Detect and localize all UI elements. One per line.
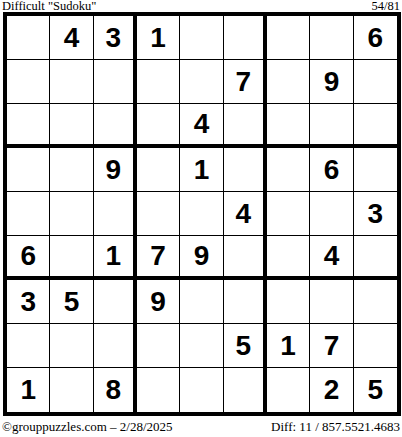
cell-r2c6: 7 [224,60,267,104]
cell-r1c7 [267,16,310,60]
cell-r8c6: 5 [224,324,267,368]
cell-r4c7 [267,148,310,192]
cell-r8c5 [180,324,223,368]
cell-r8c8: 7 [310,324,353,368]
cell-r6c8: 4 [310,236,353,280]
cell-r4c9 [354,148,397,192]
cell-r4c8: 6 [310,148,353,192]
cell-r3c3 [94,104,137,148]
cell-r1c8 [310,16,353,60]
cell-r4c2 [50,148,93,192]
page-footer: ©grouppuzzles.com – 2/28/2025 Diff: 11 /… [0,420,402,434]
cell-counter: 54/81 [372,0,400,12]
cell-r1c9: 6 [354,16,397,60]
cell-r1c6 [224,16,267,60]
cell-r3c1 [7,104,50,148]
cell-r4c3: 9 [94,148,137,192]
cell-r2c1 [7,60,50,104]
cell-r9c5 [180,368,223,412]
cell-r3c9 [354,104,397,148]
cell-r8c7: 1 [267,324,310,368]
cell-r4c4 [137,148,180,192]
cell-r5c6: 4 [224,192,267,236]
cell-r6c7 [267,236,310,280]
cell-r1c1 [7,16,50,60]
cell-r7c1: 3 [7,280,50,324]
cell-r4c6 [224,148,267,192]
cell-r3c5: 4 [180,104,223,148]
cell-r7c6 [224,280,267,324]
cell-r3c4 [137,104,180,148]
cell-r7c7 [267,280,310,324]
cell-r7c4: 9 [137,280,180,324]
cell-r6c3: 1 [94,236,137,280]
cell-r9c3: 8 [94,368,137,412]
cell-r8c3 [94,324,137,368]
cell-r9c4 [137,368,180,412]
cell-r7c9 [354,280,397,324]
cell-r9c1: 1 [7,368,50,412]
cell-r2c4 [137,60,180,104]
cell-r7c3 [94,280,137,324]
cell-r7c2: 5 [50,280,93,324]
cell-r6c4: 7 [137,236,180,280]
cell-r6c6 [224,236,267,280]
cell-r2c3 [94,60,137,104]
cell-r5c8 [310,192,353,236]
cell-r2c5 [180,60,223,104]
cell-r2c2 [50,60,93,104]
cell-r9c8: 2 [310,368,353,412]
cell-r9c7 [267,368,310,412]
cell-r1c2: 4 [50,16,93,60]
cell-r6c5: 9 [180,236,223,280]
cell-r9c6 [224,368,267,412]
cell-r8c2 [50,324,93,368]
page-header: Difficult "Sudoku" 54/81 [0,0,402,12]
cell-r6c9 [354,236,397,280]
cell-r4c1 [7,148,50,192]
difficulty-text: Diff: 11 / 857.5521.4683 [271,420,400,434]
cell-r6c1: 6 [7,236,50,280]
copyright-text: ©grouppuzzles.com – 2/28/2025 [2,420,173,434]
cell-r8c1 [7,324,50,368]
cell-r3c2 [50,104,93,148]
cell-r5c2 [50,192,93,236]
cell-r3c6 [224,104,267,148]
cell-r9c9: 5 [354,368,397,412]
cell-r5c5 [180,192,223,236]
cell-r2c7 [267,60,310,104]
cell-r5c1 [7,192,50,236]
cell-r4c5: 1 [180,148,223,192]
cell-r5c7 [267,192,310,236]
cell-r1c4: 1 [137,16,180,60]
cell-r6c2 [50,236,93,280]
cell-r1c5 [180,16,223,60]
cell-r9c2 [50,368,93,412]
puzzle-title: Difficult "Sudoku" [2,0,96,12]
cell-r8c9 [354,324,397,368]
cell-r1c3: 3 [94,16,137,60]
cell-r2c9 [354,60,397,104]
cell-r7c8 [310,280,353,324]
cell-r7c5 [180,280,223,324]
cell-r3c8 [310,104,353,148]
cell-r5c9: 3 [354,192,397,236]
sudoku-grid: 431679491643617943595171825 [3,12,401,416]
cell-r3c7 [267,104,310,148]
cell-r8c4 [137,324,180,368]
puzzle-page: Difficult "Sudoku" 54/81 431679491643617… [0,0,402,437]
cell-r5c4 [137,192,180,236]
cell-r2c8: 9 [310,60,353,104]
cell-r5c3 [94,192,137,236]
